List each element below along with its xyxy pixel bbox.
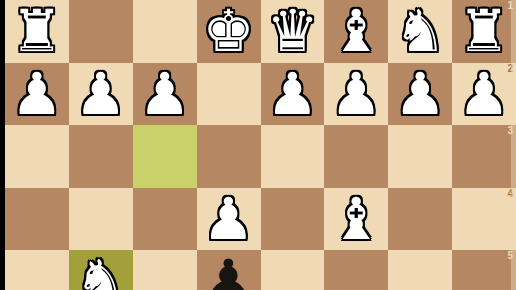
square-c3[interactable] <box>324 125 388 188</box>
square-f3[interactable] <box>133 125 197 188</box>
white-knight-b1[interactable]: ♞ <box>388 0 452 63</box>
white-pawn-a2[interactable]: ♟ <box>452 63 516 126</box>
square-f2[interactable]: ♟ <box>133 63 197 126</box>
white-pawn-h2[interactable]: ♟ <box>5 63 69 126</box>
square-h4[interactable] <box>5 188 69 251</box>
square-f1[interactable] <box>133 0 197 63</box>
white-rook-a1[interactable]: ♜ <box>452 0 516 63</box>
square-c1[interactable]: ♝ <box>324 0 388 63</box>
white-pawn-b2[interactable]: ♟ <box>388 63 452 126</box>
square-d1[interactable]: ♛ <box>261 0 325 63</box>
square-g3[interactable] <box>69 125 133 188</box>
square-g1[interactable] <box>69 0 133 63</box>
square-g4[interactable] <box>69 188 133 251</box>
left-edge-black-bar <box>0 0 5 290</box>
rank-label-4: 4 <box>507 189 513 199</box>
white-king-e1[interactable]: ♚ <box>197 0 261 63</box>
white-knight-g5[interactable]: ♞ <box>69 250 133 290</box>
square-e4[interactable]: ♟ <box>197 188 261 251</box>
square-a5[interactable]: 5 <box>452 250 516 290</box>
square-f5[interactable] <box>133 250 197 290</box>
square-f4[interactable] <box>133 188 197 251</box>
white-pawn-f2[interactable]: ♟ <box>133 63 197 126</box>
square-b3[interactable] <box>388 125 452 188</box>
square-e1[interactable]: ♚ <box>197 0 261 63</box>
square-a4[interactable]: 4 <box>452 188 516 251</box>
white-pawn-d2[interactable]: ♟ <box>261 63 325 126</box>
chess-board[interactable]: ♜♚♛♝♞1♜♟♟♟♟♟♟2♟3♟♝4♞♟5 <box>5 0 516 290</box>
square-h2[interactable]: ♟ <box>5 63 69 126</box>
white-rook-h1[interactable]: ♜ <box>5 0 69 63</box>
white-pawn-g2[interactable]: ♟ <box>69 63 133 126</box>
square-d5[interactable] <box>261 250 325 290</box>
square-c2[interactable]: ♟ <box>324 63 388 126</box>
square-h5[interactable] <box>5 250 69 290</box>
square-a3[interactable]: 3 <box>452 125 516 188</box>
square-b4[interactable] <box>388 188 452 251</box>
square-b5[interactable] <box>388 250 452 290</box>
square-d2[interactable]: ♟ <box>261 63 325 126</box>
square-g5[interactable]: ♞ <box>69 250 133 290</box>
black-pawn-e5[interactable]: ♟ <box>197 250 261 290</box>
rank-label-5: 5 <box>507 251 513 261</box>
white-bishop-c1[interactable]: ♝ <box>324 0 388 63</box>
square-a2[interactable]: 2♟ <box>452 63 516 126</box>
square-a1[interactable]: 1♜ <box>452 0 516 63</box>
square-g2[interactable]: ♟ <box>69 63 133 126</box>
square-d4[interactable] <box>261 188 325 251</box>
rank-label-3: 3 <box>507 126 513 136</box>
square-h1[interactable]: ♜ <box>5 0 69 63</box>
square-b2[interactable]: ♟ <box>388 63 452 126</box>
white-pawn-c2[interactable]: ♟ <box>324 63 388 126</box>
square-c5[interactable] <box>324 250 388 290</box>
square-b1[interactable]: ♞ <box>388 0 452 63</box>
square-h3[interactable] <box>5 125 69 188</box>
chess-board-screenshot: ♜♚♛♝♞1♜♟♟♟♟♟♟2♟3♟♝4♞♟5 <box>0 0 516 290</box>
square-d3[interactable] <box>261 125 325 188</box>
square-e3[interactable] <box>197 125 261 188</box>
square-c4[interactable]: ♝ <box>324 188 388 251</box>
white-pawn-e4[interactable]: ♟ <box>197 188 261 251</box>
square-e2[interactable] <box>197 63 261 126</box>
white-queen-d1[interactable]: ♛ <box>261 0 325 63</box>
white-bishop-c4[interactable]: ♝ <box>324 188 388 251</box>
square-e5[interactable]: ♟ <box>197 250 261 290</box>
